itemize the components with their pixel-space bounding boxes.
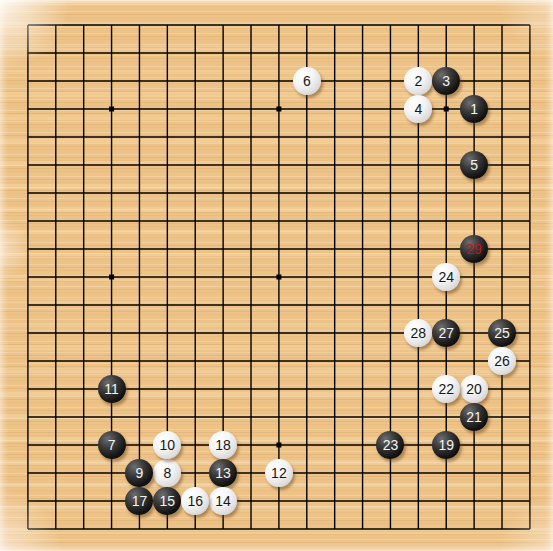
move-number-label: 13 <box>215 465 231 481</box>
move-number-label: 19 <box>438 437 454 453</box>
move-number-label: 20 <box>466 381 482 397</box>
go-board-screenshot: 1234567891011121314151617181920212223242… <box>0 0 553 551</box>
stone-move-21-black[interactable]: 21 <box>460 403 488 431</box>
move-number-label: 27 <box>438 325 454 341</box>
stone-move-23-black[interactable]: 23 <box>376 431 404 459</box>
move-number-label: 25 <box>494 325 510 341</box>
move-number-label: 4 <box>414 101 422 117</box>
move-number-label: 8 <box>163 465 171 481</box>
stone-move-22-white[interactable]: 22 <box>432 375 460 403</box>
move-number-label: 15 <box>160 493 176 509</box>
move-number-label: 26 <box>494 353 510 369</box>
move-number-label: 16 <box>187 493 203 509</box>
move-number-label: 6 <box>303 73 311 89</box>
move-number-label: 22 <box>438 381 454 397</box>
stone-move-19-black[interactable]: 19 <box>432 431 460 459</box>
stone-move-1-black[interactable]: 1 <box>460 95 488 123</box>
stone-move-24-white[interactable]: 24 <box>432 263 460 291</box>
stone-move-9-black[interactable]: 9 <box>125 459 153 487</box>
stone-move-26-white[interactable]: 26 <box>488 347 516 375</box>
stone-move-27-black[interactable]: 27 <box>432 319 460 347</box>
stone-move-2-white[interactable]: 2 <box>404 67 432 95</box>
stone-move-14-white[interactable]: 14 <box>209 487 237 515</box>
move-number-label: 10 <box>160 437 176 453</box>
stone-move-11-black[interactable]: 11 <box>98 375 126 403</box>
move-number-label: 2 <box>414 73 422 89</box>
move-number-label: 18 <box>215 437 231 453</box>
stone-move-18-white[interactable]: 18 <box>209 431 237 459</box>
stone-move-12-white[interactable]: 12 <box>265 459 293 487</box>
stone-move-29-black[interactable]: 29 <box>460 235 488 263</box>
stone-move-15-black[interactable]: 15 <box>153 487 181 515</box>
stone-move-20-white[interactable]: 20 <box>460 375 488 403</box>
stone-move-16-white[interactable]: 16 <box>181 487 209 515</box>
stone-move-3-black[interactable]: 3 <box>432 67 460 95</box>
stone-move-25-black[interactable]: 25 <box>488 319 516 347</box>
move-number-label: 23 <box>383 437 399 453</box>
move-number-label: 12 <box>271 465 287 481</box>
last-move-number-label: 29 <box>466 241 482 257</box>
move-number-label: 5 <box>470 157 478 173</box>
move-number-label: 3 <box>442 73 450 89</box>
stone-move-5-black[interactable]: 5 <box>460 151 488 179</box>
stone-move-10-white[interactable]: 10 <box>153 431 181 459</box>
stone-move-7-black[interactable]: 7 <box>98 431 126 459</box>
move-number-label: 1 <box>470 101 478 117</box>
stone-move-17-black[interactable]: 17 <box>125 487 153 515</box>
stone-move-8-white[interactable]: 8 <box>153 459 181 487</box>
move-number-label: 21 <box>466 409 482 425</box>
move-number-label: 17 <box>132 493 148 509</box>
move-number-label: 7 <box>108 437 116 453</box>
go-board[interactable]: 1234567891011121314151617181920212223242… <box>0 0 553 551</box>
move-number-label: 14 <box>215 493 231 509</box>
move-number-label: 11 <box>104 381 119 397</box>
move-number-label: 28 <box>411 325 427 341</box>
stones-layer: 1234567891011121314151617181920212223242… <box>0 0 553 551</box>
move-number-label: 9 <box>136 465 144 481</box>
stone-move-13-black[interactable]: 13 <box>209 459 237 487</box>
move-number-label: 24 <box>438 269 454 285</box>
stone-move-6-white[interactable]: 6 <box>293 67 321 95</box>
stone-move-4-white[interactable]: 4 <box>404 95 432 123</box>
stone-move-28-white[interactable]: 28 <box>404 319 432 347</box>
